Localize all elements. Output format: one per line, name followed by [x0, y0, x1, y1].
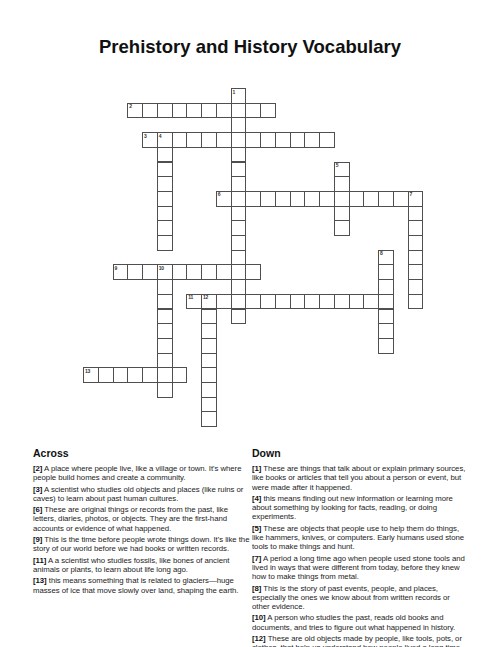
grid-cell-r8-c5[interactable] [157, 206, 173, 222]
grid-cell-r15-c8[interactable] [201, 309, 217, 325]
grid-cell-r4-c5[interactable] [157, 147, 173, 163]
grid-cell-r16-c20[interactable] [378, 323, 394, 339]
grid-cell-r19-c1[interactable] [98, 367, 114, 383]
grid-cell-r10-c22[interactable] [408, 235, 424, 251]
cell-number: 3 [144, 134, 147, 140]
grid-cell-r0-c10[interactable]: 1 [231, 88, 247, 104]
grid-cell-r14-c15[interactable] [304, 294, 320, 310]
grid-cell-r18-c8[interactable] [201, 353, 217, 369]
grid-cell-r7-c17[interactable] [334, 191, 350, 207]
grid-cell-r16-c8[interactable] [201, 323, 217, 339]
clue-number: [12] [252, 634, 266, 643]
clue-number: [7] [252, 554, 261, 563]
down-clue-1: [1] These are things that talk about or … [252, 464, 469, 492]
grid-cell-r14-c16[interactable] [319, 294, 335, 310]
clue-number: [3] [33, 485, 42, 494]
cell-number: 13 [85, 369, 90, 375]
crossword-grid: 12345678910111213 [0, 0, 500, 440]
grid-cell-r10-c5[interactable] [157, 235, 173, 251]
grid-cell-r19-c8[interactable] [201, 367, 217, 383]
clue-number: [9] [33, 535, 42, 544]
grid-cell-r5-c17[interactable]: 5 [334, 162, 350, 178]
grid-cell-r8-c22[interactable] [408, 206, 424, 222]
grid-cell-r3-c15[interactable] [304, 132, 320, 148]
grid-cell-r14-c19[interactable] [363, 294, 379, 310]
grid-cell-r1-c8[interactable] [201, 103, 217, 119]
grid-cell-r12-c5[interactable]: 10 [157, 264, 173, 280]
grid-cell-r18-c5[interactable] [157, 353, 173, 369]
grid-cell-r12-c6[interactable] [172, 264, 188, 280]
grid-cell-r12-c7[interactable] [186, 264, 202, 280]
across-clues-column: Across [2] A place where people live, li… [33, 447, 250, 597]
grid-cell-r1-c10[interactable] [231, 103, 247, 119]
grid-cell-r15-c5[interactable] [157, 309, 173, 325]
grid-cell-r14-c8[interactable]: 12 [201, 294, 217, 310]
grid-cell-r7-c20[interactable] [378, 191, 394, 207]
clue-number: [1] [252, 464, 261, 473]
cell-number: 6 [218, 192, 221, 198]
down-clue-10: [10] A person who studies the past, read… [252, 613, 469, 632]
down-clue-8: [8] This is the story of past events, pe… [252, 584, 469, 612]
grid-cell-r10-c10[interactable] [231, 235, 247, 251]
grid-cell-r3-c12[interactable] [260, 132, 276, 148]
grid-cell-r19-c0[interactable]: 13 [83, 367, 99, 383]
grid-cell-r3-c6[interactable] [172, 132, 188, 148]
grid-cell-r14-c7[interactable]: 11 [186, 294, 202, 310]
clue-number: [13] [33, 576, 47, 585]
grid-cell-r21-c8[interactable] [201, 397, 217, 413]
clue-number: [4] [252, 494, 261, 503]
grid-cell-r4-c10[interactable] [231, 147, 247, 163]
grid-cell-r13-c5[interactable] [157, 279, 173, 295]
grid-cell-r9-c22[interactable] [408, 220, 424, 236]
across-header: Across [33, 447, 250, 459]
grid-cell-r11-c20[interactable]: 8 [378, 250, 394, 266]
down-clue-12: [12] These are old objects made by peopl… [252, 634, 469, 647]
grid-cell-r12-c22[interactable] [408, 264, 424, 280]
grid-cell-r7-c18[interactable] [349, 191, 365, 207]
grid-cell-r15-c10[interactable] [231, 309, 247, 325]
grid-cell-r7-c14[interactable] [290, 191, 306, 207]
grid-cell-r14-c20[interactable] [378, 294, 394, 310]
grid-cell-r7-c10[interactable] [231, 191, 247, 207]
grid-cell-r5-c10[interactable] [231, 162, 247, 178]
grid-cell-r12-c9[interactable] [216, 264, 232, 280]
grid-cell-r14-c9[interactable] [216, 294, 232, 310]
grid-cell-r19-c4[interactable] [142, 367, 158, 383]
grid-cell-r1-c5[interactable] [157, 103, 173, 119]
grid-cell-r3-c14[interactable] [290, 132, 306, 148]
clue-number: [2] [33, 464, 42, 473]
grid-cell-r17-c5[interactable] [157, 338, 173, 354]
grid-cell-r7-c13[interactable] [275, 191, 291, 207]
grid-cell-r6-c5[interactable] [157, 176, 173, 192]
clue-number: [10] [252, 613, 266, 622]
grid-cell-r3-c16[interactable] [319, 132, 335, 148]
cell-number: 5 [336, 163, 339, 169]
grid-cell-r12-c2[interactable]: 9 [113, 264, 129, 280]
cell-number: 4 [159, 134, 162, 140]
across-clue-3: [3] A scientist who studies old objects … [33, 485, 250, 504]
grid-cell-r19-c5[interactable] [157, 367, 173, 383]
down-clue-4: [4] this means finding out new informati… [252, 494, 469, 522]
grid-cell-r7-c19[interactable] [363, 191, 379, 207]
grid-cell-r1-c12[interactable] [260, 103, 276, 119]
down-clue-5: [5] These are objects that people use to… [252, 524, 469, 552]
clue-number: [8] [252, 584, 261, 593]
clue-number: [6] [33, 505, 42, 514]
grid-cell-r12-c8[interactable] [201, 264, 217, 280]
grid-cell-r12-c11[interactable] [245, 264, 261, 280]
grid-cell-r11-c10[interactable] [231, 250, 247, 266]
cell-number: 12 [203, 295, 208, 301]
cell-number: 2 [129, 104, 132, 110]
grid-cell-r14-c11[interactable] [245, 294, 261, 310]
grid-cell-r19-c6[interactable] [172, 367, 188, 383]
grid-cell-r13-c22[interactable] [408, 279, 424, 295]
grid-cell-r3-c4[interactable]: 3 [142, 132, 158, 148]
grid-cell-r11-c22[interactable] [408, 250, 424, 266]
grid-cell-r7-c15[interactable] [304, 191, 320, 207]
grid-cell-r1-c3[interactable]: 2 [127, 103, 143, 119]
down-clue-list: [1] These are things that talk about or … [252, 464, 469, 647]
across-clue-9: [9] This is the time before people wrote… [33, 535, 250, 554]
across-clue-2: [2] A place where people live, like a vi… [33, 464, 250, 483]
across-clue-6: [6] These are original things or records… [33, 505, 250, 533]
worksheet-page: Prehistory and History Vocabulary 123456… [0, 0, 500, 647]
clue-number: [11] [33, 556, 46, 565]
grid-cell-r1-c9[interactable] [216, 103, 232, 119]
grid-cell-r7-c12[interactable] [260, 191, 276, 207]
grid-cell-r20-c8[interactable] [201, 382, 217, 398]
grid-cell-r7-c21[interactable] [393, 191, 409, 207]
grid-cell-r15-c20[interactable] [378, 309, 394, 325]
grid-cell-r12-c20[interactable] [378, 264, 394, 280]
across-clue-11: [11] A a scientist who studies fossils, … [33, 556, 250, 575]
grid-cell-r12-c4[interactable] [142, 264, 158, 280]
grid-cell-r8-c17[interactable] [334, 206, 350, 222]
grid-cell-r7-c9[interactable]: 6 [216, 191, 232, 207]
across-clue-list: [2] A place where people live, like a vi… [33, 464, 250, 595]
grid-cell-r6-c10[interactable] [231, 176, 247, 192]
grid-cell-r3-c8[interactable] [201, 132, 217, 148]
grid-cell-r20-c5[interactable] [157, 382, 173, 398]
grid-cell-r17-c20[interactable] [378, 338, 394, 354]
grid-cell-r14-c5[interactable] [157, 294, 173, 310]
grid-cell-r14-c12[interactable] [260, 294, 276, 310]
grid-cell-r1-c4[interactable] [142, 103, 158, 119]
grid-cell-r12-c10[interactable] [231, 264, 247, 280]
grid-cell-r14-c22[interactable] [408, 294, 424, 310]
grid-cell-r3-c13[interactable] [275, 132, 291, 148]
grid-cell-r14-c14[interactable] [290, 294, 306, 310]
cell-number: 9 [115, 266, 118, 272]
grid-cell-r3-c10[interactable] [231, 132, 247, 148]
cell-number: 10 [159, 266, 164, 272]
grid-cell-r12-c3[interactable] [127, 264, 143, 280]
cell-number: 11 [188, 295, 193, 301]
grid-cell-r22-c8[interactable] [201, 411, 217, 427]
down-clue-7: [7] A period a long time ago when people… [252, 554, 469, 582]
grid-cell-r9-c17[interactable] [334, 220, 350, 236]
across-clue-13: [13] this means something that is relate… [33, 576, 250, 595]
grid-cell-r13-c10[interactable] [231, 279, 247, 295]
grid-cell-r1-c6[interactable] [172, 103, 188, 119]
grid-cell-r13-c20[interactable] [378, 279, 394, 295]
grid-cell-r5-c5[interactable] [157, 162, 173, 178]
grid-cell-r7-c16[interactable] [319, 191, 335, 207]
grid-cell-r7-c5[interactable] [157, 191, 173, 207]
grid-cell-r8-c10[interactable] [231, 206, 247, 222]
grid-cell-r9-c10[interactable] [231, 220, 247, 236]
down-clues-column: Down [1] These are things that talk abou… [252, 447, 469, 647]
grid-cell-r3-c5[interactable]: 4 [157, 132, 173, 148]
grid-cell-r14-c18[interactable] [349, 294, 365, 310]
grid-cell-r7-c22[interactable]: 7 [408, 191, 424, 207]
cell-number: 7 [410, 192, 413, 198]
grid-cell-r3-c9[interactable] [216, 132, 232, 148]
down-header: Down [252, 447, 469, 459]
cell-number: 8 [380, 251, 383, 257]
clue-number: [5] [252, 524, 261, 533]
grid-cell-r16-c5[interactable] [157, 323, 173, 339]
grid-cell-r6-c17[interactable] [334, 176, 350, 192]
grid-cell-r19-c2[interactable] [113, 367, 129, 383]
grid-cell-r17-c8[interactable] [201, 338, 217, 354]
grid-cell-r1-c7[interactable] [186, 103, 202, 119]
grid-cell-r19-c3[interactable] [127, 367, 143, 383]
cell-number: 1 [233, 90, 236, 96]
grid-cell-r9-c5[interactable] [157, 220, 173, 236]
grid-cell-r3-c7[interactable] [186, 132, 202, 148]
grid-cell-r3-c11[interactable] [245, 132, 261, 148]
grid-cell-r14-c17[interactable] [334, 294, 350, 310]
grid-cell-r14-c10[interactable] [231, 294, 247, 310]
grid-cell-r1-c11[interactable] [245, 103, 261, 119]
grid-cell-r2-c10[interactable] [231, 117, 247, 133]
grid-cell-r7-c11[interactable] [245, 191, 261, 207]
grid-cell-r14-c13[interactable] [275, 294, 291, 310]
